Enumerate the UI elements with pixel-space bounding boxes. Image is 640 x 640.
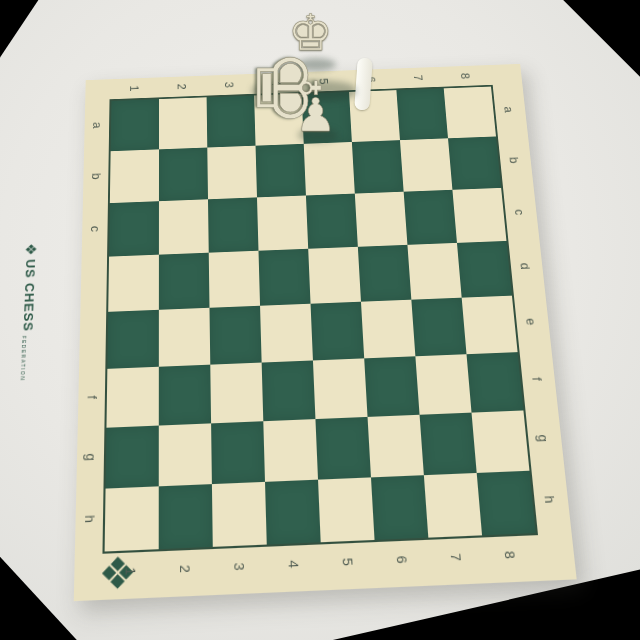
square-a2[interactable] [159,97,207,149]
square-b3[interactable] [207,146,257,200]
square-g3[interactable] [211,421,265,484]
coord-left-c: c [89,225,102,231]
coord-bottom-1: 1 [122,567,136,576]
coord-right-e: e [524,317,538,324]
square-f7[interactable] [415,354,471,415]
square-c7[interactable] [404,190,457,245]
square-e2[interactable] [159,308,210,367]
square-e3[interactable] [209,306,261,365]
square-b2[interactable] [159,148,208,202]
square-c3[interactable] [208,197,258,252]
coord-top-1: 1 [127,85,139,91]
coord-bottom-8: 8 [501,551,515,559]
square-h2[interactable] [159,484,213,549]
square-f2[interactable] [159,365,211,426]
square-h5[interactable] [318,477,375,542]
square-a7[interactable] [396,88,448,140]
coord-bottom-4: 4 [285,560,299,568]
us-chess-diamond-icon: ❖ [24,243,39,256]
coord-left-b: b [90,172,103,179]
coord-left-f: f [85,395,98,399]
square-a8[interactable] [444,87,496,139]
square-b7[interactable] [400,138,452,191]
square-h8[interactable] [477,471,536,536]
square-e4[interactable] [260,304,313,363]
square-d6[interactable] [358,245,412,302]
square-f4[interactable] [262,360,316,421]
square-d3[interactable] [209,251,260,308]
coord-left-a: a [91,121,103,128]
square-h6[interactable] [371,475,428,540]
square-b4[interactable] [256,144,306,198]
square-c8[interactable] [452,188,506,243]
square-g2[interactable] [159,423,212,486]
square-d5[interactable] [308,247,361,304]
square-d7[interactable] [407,243,461,300]
square-c2[interactable] [159,199,209,254]
coord-top-7: 7 [411,74,423,80]
coord-top-8: 8 [458,73,471,79]
square-e8[interactable] [462,296,518,355]
square-h7[interactable] [424,473,482,538]
square-f8[interactable] [467,352,524,412]
coord-bottom-5: 5 [339,558,353,566]
coord-right-h: h [542,495,556,503]
square-g5[interactable] [315,417,371,480]
square-d8[interactable] [457,241,512,298]
square-b1[interactable] [110,149,159,203]
coord-left-g: g [84,452,98,460]
square-f6[interactable] [364,356,419,417]
us-chess-logo-title: US CHESS [20,259,38,332]
coord-left-h: h [82,514,96,522]
square-h3[interactable] [212,482,267,547]
coord-right-b: b [507,156,520,163]
coord-bottom-2: 2 [177,565,191,574]
square-a1[interactable] [111,99,159,151]
coord-top-3: 3 [222,82,234,88]
square-f5[interactable] [313,358,368,419]
chess-grid [102,85,538,554]
coord-bottom-6: 6 [394,555,408,563]
square-b5[interactable] [304,142,355,195]
square-d2[interactable] [159,253,210,310]
square-h1[interactable] [105,486,159,551]
square-f3[interactable] [210,363,263,424]
square-g6[interactable] [368,415,424,478]
square-c1[interactable] [109,201,159,256]
coord-bottom-7: 7 [448,553,462,561]
square-g7[interactable] [420,413,477,476]
square-e1[interactable] [107,310,159,369]
white-pawn[interactable]: ♟ [295,92,336,138]
square-b8[interactable] [448,136,501,189]
square-d1[interactable] [108,255,159,312]
square-h4[interactable] [265,480,321,545]
coord-top-2: 2 [175,83,187,89]
coord-right-a: a [502,106,515,113]
coord-right-f: f [530,376,543,380]
square-g1[interactable] [106,426,159,489]
square-e5[interactable] [311,302,365,361]
square-c4[interactable] [257,195,308,250]
square-g8[interactable] [472,410,530,472]
square-d4[interactable] [258,249,310,306]
coord-right-d: d [518,262,531,269]
square-c5[interactable] [306,194,358,249]
square-f1[interactable] [106,367,158,428]
chess-board-sheet: ❖ US CHESS FEDERATION ❖ 1234567812345678… [74,64,577,601]
square-g4[interactable] [263,419,318,482]
coord-right-c: c [512,209,525,215]
square-b6[interactable] [352,140,404,193]
square-e6[interactable] [361,300,415,359]
coord-right-g: g [536,434,550,442]
square-e7[interactable] [411,298,466,357]
coord-bottom-3: 3 [231,562,245,571]
square-c6[interactable] [355,192,408,247]
